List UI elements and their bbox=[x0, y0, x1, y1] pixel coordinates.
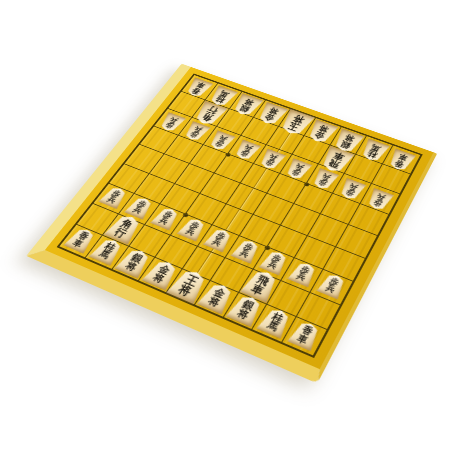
piece-kanji: 歩 兵 bbox=[265, 153, 280, 167]
shogi-board: 香 車桂 馬銀 将金 将玉 将金 将銀 将桂 馬香 車角 行飛 車歩 兵歩 兵歩… bbox=[26, 64, 437, 384]
piece-kanji: 香 車 bbox=[296, 325, 314, 345]
piece-kanji: 歩 兵 bbox=[157, 210, 174, 226]
piece-kanji: 玉 将 bbox=[287, 114, 306, 132]
piece-kanji: 銀 将 bbox=[339, 133, 356, 150]
piece-kanji: 桂 馬 bbox=[97, 242, 117, 261]
piece-kanji: 角 行 bbox=[113, 218, 135, 239]
piece-kanji: 歩 兵 bbox=[344, 182, 359, 197]
piece-kanji: 歩 兵 bbox=[291, 162, 306, 177]
board-face: 香 車桂 馬銀 将金 将玉 将金 将銀 将桂 馬香 車角 行飛 車歩 兵歩 兵歩… bbox=[57, 73, 423, 358]
piece-kanji: 歩 兵 bbox=[211, 232, 228, 248]
piece-kanji: 銀 将 bbox=[235, 299, 256, 321]
piece-kanji: 桂 馬 bbox=[265, 312, 284, 333]
piece-kanji: 王 将 bbox=[177, 274, 200, 298]
piece-kanji: 桂 馬 bbox=[366, 143, 382, 159]
piece-kanji: 金 将 bbox=[313, 124, 330, 140]
piece-kanji: 金 将 bbox=[263, 106, 280, 122]
piece-kanji: 歩 兵 bbox=[106, 190, 123, 205]
piece-kanji: 歩 兵 bbox=[239, 143, 254, 157]
piece-kanji: 金 将 bbox=[207, 287, 228, 309]
piece-kanji: 香 車 bbox=[72, 231, 91, 249]
piece-kanji: 金 将 bbox=[151, 263, 172, 284]
piece-kanji: 桂 馬 bbox=[215, 89, 231, 103]
piece-kanji: 歩 兵 bbox=[372, 192, 387, 207]
board-slab: 香 車桂 馬銀 将金 将玉 将金 将銀 将桂 馬香 車角 行飛 車歩 兵歩 兵歩… bbox=[26, 64, 437, 384]
piece-kanji: 銀 将 bbox=[238, 97, 255, 113]
piece-kanji: 銀 将 bbox=[124, 252, 145, 273]
photo-background: 香 車桂 馬銀 将金 将玉 将金 将銀 将桂 馬香 車角 行飛 車歩 兵歩 兵歩… bbox=[0, 0, 458, 458]
piece-kanji: 歩 兵 bbox=[317, 172, 332, 187]
piece-kanji: 歩 兵 bbox=[266, 254, 282, 271]
piece-kanji: 飛 車 bbox=[250, 274, 272, 297]
piece-kanji: 歩 兵 bbox=[295, 265, 311, 282]
piece-kanji: 角 行 bbox=[200, 105, 219, 122]
piece-kanji: 歩 兵 bbox=[164, 116, 179, 129]
piece-kanji: 香 車 bbox=[191, 81, 207, 94]
piece-kanji: 歩 兵 bbox=[184, 221, 201, 237]
piece-kanji: 歩 兵 bbox=[238, 243, 254, 260]
piece-kanji: 歩 兵 bbox=[131, 200, 148, 216]
piece-kanji: 歩 兵 bbox=[324, 277, 340, 295]
piece-kanji: 歩 兵 bbox=[214, 134, 229, 148]
piece-kanji: 飛 車 bbox=[327, 151, 346, 170]
piece-kanji: 香 車 bbox=[394, 153, 409, 168]
piece-kanji: 歩 兵 bbox=[189, 125, 204, 139]
